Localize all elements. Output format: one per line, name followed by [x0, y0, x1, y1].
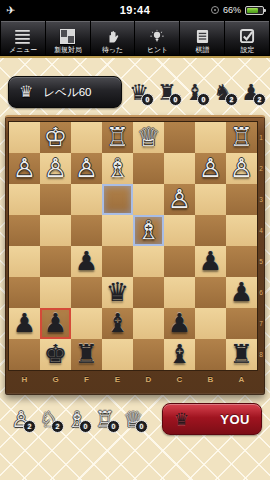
piece-white-pawn: ♙: [71, 153, 102, 183]
rank-label-7: 7: [257, 308, 265, 339]
square-f2[interactable]: ♙: [71, 153, 102, 184]
toolbar-label: ヒント: [147, 45, 168, 53]
square-f8[interactable]: ♜: [71, 339, 102, 370]
captured-count: 0: [107, 420, 120, 433]
piece-white-pawn: ♙: [40, 153, 71, 183]
square-b3[interactable]: [195, 184, 226, 215]
captured-count: 2: [51, 420, 64, 433]
toolbar-label: 設定: [240, 45, 254, 53]
toolbar: メニュー 新規対局 待った ヒント 棋譜: [0, 20, 270, 58]
square-g4[interactable]: [40, 215, 71, 246]
piece-black-rook: ♜: [226, 339, 257, 369]
square-e8[interactable]: [102, 339, 133, 370]
rank-label-2: 2: [257, 153, 265, 184]
toolbar-label: 待った: [102, 45, 123, 53]
orientation-lock-icon: [211, 6, 219, 14]
rank-label-1: 1: [257, 122, 265, 153]
player-captured-tray: ♙2♘2♗0♖0♕0: [8, 406, 146, 433]
square-c3[interactable]: ♙: [164, 184, 195, 215]
square-h6[interactable]: [9, 277, 40, 308]
crown-icon: ♛: [174, 411, 189, 428]
piece-white-pawn: ♙: [195, 153, 226, 183]
square-b6[interactable]: [195, 277, 226, 308]
toolbar-button-new-game[interactable]: 新規対局: [46, 20, 91, 56]
square-d4[interactable]: ♗: [133, 215, 164, 246]
piece-white-bishop: ♗: [102, 153, 133, 183]
captured-count: 2: [23, 420, 36, 433]
square-g3[interactable]: [40, 184, 71, 215]
square-d6[interactable]: [133, 277, 164, 308]
file-label-d: D: [133, 370, 164, 390]
square-a1[interactable]: ♖: [226, 122, 257, 153]
rank-label-4: 4: [257, 215, 265, 246]
square-c5[interactable]: [164, 246, 195, 277]
square-g6[interactable]: [40, 277, 71, 308]
piece-white-pawn: ♙: [226, 153, 257, 183]
square-h5[interactable]: [9, 246, 40, 277]
square-d5[interactable]: [133, 246, 164, 277]
square-a8[interactable]: ♜: [226, 339, 257, 370]
file-label-g: G: [40, 370, 71, 390]
square-d8[interactable]: [133, 339, 164, 370]
chess-board: ♔♖♕♖♙♙♙♗♙♙♙♗♟♟♛♟♟♟♝♟♚♜♝♜ 12345678 HGFEDC…: [5, 115, 265, 395]
status-time: 19:44: [0, 4, 270, 16]
square-b4[interactable]: [195, 215, 226, 246]
rank-label-3: 3: [257, 184, 265, 215]
captured-black-rook: ♜0: [154, 79, 180, 106]
checkbox-icon: [240, 29, 255, 44]
piece-black-pawn: ♟: [195, 246, 226, 276]
square-h4[interactable]: [9, 215, 40, 246]
toolbar-label: メニュー: [9, 45, 37, 53]
captured-count: 0: [79, 420, 92, 433]
menu-icon: [15, 29, 30, 44]
toolbar-button-record[interactable]: 棋譜: [180, 20, 225, 56]
square-d2[interactable]: [133, 153, 164, 184]
toolbar-button-hint[interactable]: ヒント: [135, 20, 180, 56]
player-you-button[interactable]: ♛ YOU: [162, 403, 262, 435]
square-g1[interactable]: ♔: [40, 122, 71, 153]
captured-white-pawn: ♙2: [8, 406, 34, 433]
square-b5[interactable]: ♟: [195, 246, 226, 277]
square-f5[interactable]: ♟: [71, 246, 102, 277]
square-f7[interactable]: [71, 308, 102, 339]
square-e1[interactable]: ♖: [102, 122, 133, 153]
new-game-board-icon: [60, 29, 75, 44]
captured-white-queen: ♕0: [120, 406, 146, 433]
square-d7[interactable]: [133, 308, 164, 339]
square-h8[interactable]: [9, 339, 40, 370]
square-e4[interactable]: [102, 215, 133, 246]
document-icon: [196, 29, 209, 44]
opponent-row: ♛ レベル60 ♛0♜0♝0♞2♟2: [0, 58, 270, 108]
piece-black-pawn: ♟: [9, 308, 40, 338]
square-h1[interactable]: [9, 122, 40, 153]
opponent-level-label: レベル60: [43, 85, 91, 100]
piece-black-bishop: ♝: [164, 339, 195, 369]
piece-black-rook: ♜: [71, 339, 102, 369]
square-f3[interactable]: [71, 184, 102, 215]
board-grid: ♔♖♕♖♙♙♙♗♙♙♙♗♟♟♛♟♟♟♝♟♚♜♝♜: [9, 122, 257, 370]
piece-black-pawn: ♟: [71, 246, 102, 276]
square-c2[interactable]: [164, 153, 195, 184]
piece-white-rook: ♖: [226, 122, 257, 152]
square-h3[interactable]: [9, 184, 40, 215]
piece-white-bishop: ♗: [133, 215, 164, 245]
square-a2[interactable]: ♙: [226, 153, 257, 184]
app-screen: ✈ 19:44 66% メニュー 新規対局 待った ヒント: [0, 0, 270, 480]
toolbar-label: 新規対局: [54, 45, 82, 53]
square-h2[interactable]: ♙: [9, 153, 40, 184]
piece-black-bishop: ♝: [102, 308, 133, 338]
rank-label-8: 8: [257, 339, 265, 370]
toolbar-button-menu[interactable]: メニュー: [0, 20, 46, 56]
status-bar: ✈ 19:44 66%: [0, 0, 270, 20]
rank-label-6: 6: [257, 277, 265, 308]
file-label-e: E: [102, 370, 133, 390]
captured-white-bishop: ♗0: [64, 406, 90, 433]
square-b7[interactable]: [195, 308, 226, 339]
player-you-label: YOU: [220, 412, 250, 427]
piece-white-king: ♔: [40, 122, 71, 152]
square-b8[interactable]: [195, 339, 226, 370]
square-e7[interactable]: ♝: [102, 308, 133, 339]
square-f6[interactable]: [71, 277, 102, 308]
captured-black-bishop: ♝0: [182, 79, 208, 106]
captured-count: 2: [225, 93, 238, 106]
captured-black-pawn: ♟2: [238, 79, 264, 106]
piece-white-rook: ♖: [102, 122, 133, 152]
captured-black-knight: ♞2: [210, 79, 236, 106]
piece-white-pawn: ♙: [164, 184, 195, 214]
captured-count: 0: [169, 93, 182, 106]
square-c7[interactable]: ♟: [164, 308, 195, 339]
file-label-h: H: [9, 370, 40, 390]
file-labels: HGFEDCBA: [9, 370, 257, 390]
piece-black-pawn: ♟: [164, 308, 195, 338]
square-e6[interactable]: ♛: [102, 277, 133, 308]
captured-count: 0: [135, 420, 148, 433]
toolbar-label: 棋譜: [195, 45, 209, 53]
toolbar-button-settings[interactable]: 設定: [225, 20, 270, 56]
square-e5[interactable]: [102, 246, 133, 277]
captured-count: 0: [141, 93, 154, 106]
square-h7[interactable]: ♟: [9, 308, 40, 339]
square-e2[interactable]: ♗: [102, 153, 133, 184]
square-b2[interactable]: ♙: [195, 153, 226, 184]
square-c6[interactable]: [164, 277, 195, 308]
square-g5[interactable]: [40, 246, 71, 277]
piece-white-pawn: ♙: [9, 153, 40, 183]
square-g7[interactable]: ♟: [40, 308, 71, 339]
square-c4[interactable]: [164, 215, 195, 246]
square-e3[interactable]: [102, 184, 133, 215]
captured-count: 2: [253, 93, 266, 106]
file-label-b: B: [195, 370, 226, 390]
player-row: ♙2♘2♗0♖0♕0 ♛ YOU: [0, 395, 270, 435]
piece-white-queen: ♕: [133, 122, 164, 152]
opponent-captured-tray: ♛0♜0♝0♞2♟2: [126, 79, 264, 106]
square-a4[interactable]: [226, 215, 257, 246]
square-c8[interactable]: ♝: [164, 339, 195, 370]
square-a3[interactable]: [226, 184, 257, 215]
battery-icon: [245, 6, 264, 15]
piece-black-queen: ♛: [102, 277, 133, 307]
square-a6[interactable]: ♟: [226, 277, 257, 308]
rank-label-5: 5: [257, 246, 265, 277]
piece-black-king: ♚: [40, 339, 71, 369]
toolbar-button-undo[interactable]: 待った: [91, 20, 136, 56]
square-f4[interactable]: [71, 215, 102, 246]
rank-labels: 12345678: [257, 122, 265, 370]
square-a5[interactable]: [226, 246, 257, 277]
square-f1[interactable]: [71, 122, 102, 153]
captured-black-queen: ♛0: [126, 79, 152, 106]
square-g2[interactable]: ♙: [40, 153, 71, 184]
piece-black-pawn: ♟: [40, 308, 71, 338]
square-d1[interactable]: ♕: [133, 122, 164, 153]
file-label-f: F: [71, 370, 102, 390]
captured-white-knight: ♘2: [36, 406, 62, 433]
square-d3[interactable]: [133, 184, 164, 215]
crown-icon: ♛: [19, 84, 33, 100]
opponent-level-button[interactable]: ♛ レベル60: [8, 76, 122, 108]
square-a7[interactable]: [226, 308, 257, 339]
piece-black-pawn: ♟: [226, 277, 257, 307]
square-g8[interactable]: ♚: [40, 339, 71, 370]
captured-white-rook: ♖0: [92, 406, 118, 433]
file-label-a: A: [226, 370, 257, 390]
file-label-c: C: [164, 370, 195, 390]
lightbulb-icon: [149, 29, 165, 44]
square-c1[interactable]: [164, 122, 195, 153]
square-b1[interactable]: [195, 122, 226, 153]
captured-count: 0: [197, 93, 210, 106]
hand-icon: [105, 29, 120, 44]
